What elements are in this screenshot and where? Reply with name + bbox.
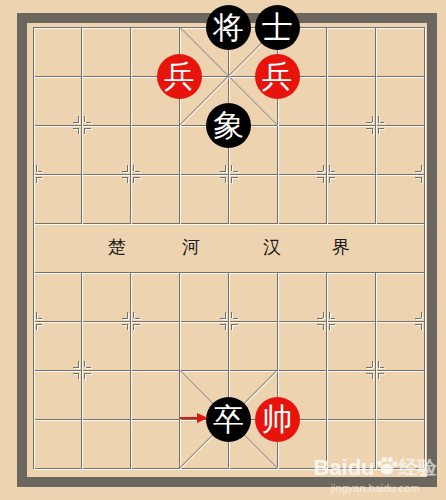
piece-black-general[interactable]: 将 [206, 5, 251, 50]
watermark-brand-cn: 经验 [399, 455, 437, 481]
board-grid: 将士兵兵象卒帅 [9, 3, 446, 493]
piece-black-elephant[interactable]: 象 [206, 103, 251, 148]
watermark-brand-text: Baidu [313, 455, 374, 481]
move-arrow-icon [176, 410, 210, 426]
piece-red-general[interactable]: 帅 [255, 397, 300, 442]
piece-black-soldier[interactable]: 卒 [206, 397, 251, 442]
piece-black-advisor[interactable]: 士 [255, 5, 300, 50]
piece-red-soldier-2[interactable]: 兵 [255, 54, 300, 99]
watermark-url: jingyan.baidu.com [306, 482, 444, 494]
watermark: Baidu 经验 jingyan.baidu.com [306, 455, 444, 494]
paw-icon [376, 455, 398, 475]
piece-red-soldier-1[interactable]: 兵 [157, 54, 202, 99]
